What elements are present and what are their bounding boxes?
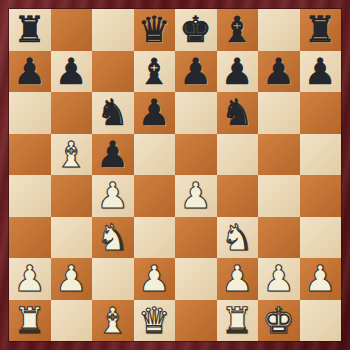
square-c3[interactable]: ♞ [92, 217, 134, 259]
square-e2[interactable] [175, 258, 217, 300]
square-e5[interactable] [175, 134, 217, 176]
piece-white-pawn[interactable]: ♟ [221, 258, 253, 299]
square-c4[interactable]: ♟ [92, 175, 134, 217]
square-d2[interactable]: ♟ [134, 258, 176, 300]
square-f6[interactable]: ♞ [217, 92, 259, 134]
square-g6[interactable] [258, 92, 300, 134]
square-c7[interactable] [92, 51, 134, 93]
square-e3[interactable] [175, 217, 217, 259]
square-c5[interactable]: ♟ [92, 134, 134, 176]
square-h4[interactable] [300, 175, 342, 217]
square-e7[interactable]: ♟ [175, 51, 217, 93]
square-a6[interactable] [9, 92, 51, 134]
square-h5[interactable] [300, 134, 342, 176]
board-frame: ♜♛♚♝♜♟♟♝♟♟♟♟♞♟♞♝♟♟♟♞♞♟♟♟♟♟♟♜♝♛♜♚ [0, 0, 350, 350]
square-f2[interactable]: ♟ [217, 258, 259, 300]
square-a1[interactable]: ♜ [9, 300, 51, 342]
piece-black-pawn[interactable]: ♟ [263, 51, 295, 92]
piece-white-pawn[interactable]: ♟ [304, 258, 336, 299]
piece-black-pawn[interactable]: ♟ [138, 92, 170, 133]
piece-black-knight[interactable]: ♞ [221, 92, 253, 133]
piece-black-pawn[interactable]: ♟ [97, 134, 129, 175]
square-h2[interactable]: ♟ [300, 258, 342, 300]
piece-black-knight[interactable]: ♞ [97, 92, 129, 133]
square-f3[interactable]: ♞ [217, 217, 259, 259]
square-b7[interactable]: ♟ [51, 51, 93, 93]
square-d3[interactable] [134, 217, 176, 259]
square-b6[interactable] [51, 92, 93, 134]
piece-white-knight[interactable]: ♞ [221, 217, 253, 258]
square-f7[interactable]: ♟ [217, 51, 259, 93]
piece-black-pawn[interactable]: ♟ [304, 51, 336, 92]
square-b5[interactable]: ♝ [51, 134, 93, 176]
square-g4[interactable] [258, 175, 300, 217]
piece-white-bishop[interactable]: ♝ [97, 300, 129, 341]
square-g5[interactable] [258, 134, 300, 176]
square-g7[interactable]: ♟ [258, 51, 300, 93]
square-h8[interactable]: ♜ [300, 9, 342, 51]
square-d5[interactable] [134, 134, 176, 176]
piece-black-bishop[interactable]: ♝ [138, 51, 170, 92]
piece-white-pawn[interactable]: ♟ [55, 258, 87, 299]
square-g8[interactable] [258, 9, 300, 51]
piece-black-pawn[interactable]: ♟ [55, 51, 87, 92]
square-h3[interactable] [300, 217, 342, 259]
square-c8[interactable] [92, 9, 134, 51]
piece-white-bishop[interactable]: ♝ [55, 134, 87, 175]
piece-white-pawn[interactable]: ♟ [14, 258, 46, 299]
piece-white-pawn[interactable]: ♟ [180, 175, 212, 216]
square-b2[interactable]: ♟ [51, 258, 93, 300]
square-e8[interactable]: ♚ [175, 9, 217, 51]
square-c6[interactable]: ♞ [92, 92, 134, 134]
square-d8[interactable]: ♛ [134, 9, 176, 51]
piece-white-knight[interactable]: ♞ [97, 217, 129, 258]
square-a8[interactable]: ♜ [9, 9, 51, 51]
square-f8[interactable]: ♝ [217, 9, 259, 51]
piece-black-bishop[interactable]: ♝ [221, 9, 253, 50]
piece-white-pawn[interactable]: ♟ [138, 258, 170, 299]
square-g3[interactable] [258, 217, 300, 259]
piece-black-pawn[interactable]: ♟ [180, 51, 212, 92]
square-a2[interactable]: ♟ [9, 258, 51, 300]
square-a3[interactable] [9, 217, 51, 259]
piece-black-rook[interactable]: ♜ [304, 9, 336, 50]
square-b3[interactable] [51, 217, 93, 259]
piece-black-king[interactable]: ♚ [180, 9, 212, 50]
square-d7[interactable]: ♝ [134, 51, 176, 93]
square-e4[interactable]: ♟ [175, 175, 217, 217]
square-h7[interactable]: ♟ [300, 51, 342, 93]
piece-white-king[interactable]: ♚ [263, 300, 295, 341]
square-e6[interactable] [175, 92, 217, 134]
square-a4[interactable] [9, 175, 51, 217]
square-e1[interactable] [175, 300, 217, 342]
piece-black-pawn[interactable]: ♟ [221, 51, 253, 92]
square-g2[interactable]: ♟ [258, 258, 300, 300]
square-f1[interactable]: ♜ [217, 300, 259, 342]
piece-white-queen[interactable]: ♛ [138, 300, 170, 341]
square-h1[interactable] [300, 300, 342, 342]
square-f4[interactable] [217, 175, 259, 217]
square-a7[interactable]: ♟ [9, 51, 51, 93]
square-d1[interactable]: ♛ [134, 300, 176, 342]
chess-board[interactable]: ♜♛♚♝♜♟♟♝♟♟♟♟♞♟♞♝♟♟♟♞♞♟♟♟♟♟♟♜♝♛♜♚ [9, 9, 341, 341]
piece-white-rook[interactable]: ♜ [14, 300, 46, 341]
square-d6[interactable]: ♟ [134, 92, 176, 134]
piece-black-rook[interactable]: ♜ [14, 9, 46, 50]
square-a5[interactable] [9, 134, 51, 176]
square-h6[interactable] [300, 92, 342, 134]
square-d4[interactable] [134, 175, 176, 217]
piece-white-rook[interactable]: ♜ [221, 300, 253, 341]
square-c2[interactable] [92, 258, 134, 300]
square-b4[interactable] [51, 175, 93, 217]
square-b8[interactable] [51, 9, 93, 51]
square-b1[interactable] [51, 300, 93, 342]
square-f5[interactable] [217, 134, 259, 176]
piece-white-pawn[interactable]: ♟ [97, 175, 129, 216]
piece-black-pawn[interactable]: ♟ [14, 51, 46, 92]
piece-white-pawn[interactable]: ♟ [263, 258, 295, 299]
square-c1[interactable]: ♝ [92, 300, 134, 342]
square-g1[interactable]: ♚ [258, 300, 300, 342]
piece-black-queen[interactable]: ♛ [138, 9, 170, 50]
